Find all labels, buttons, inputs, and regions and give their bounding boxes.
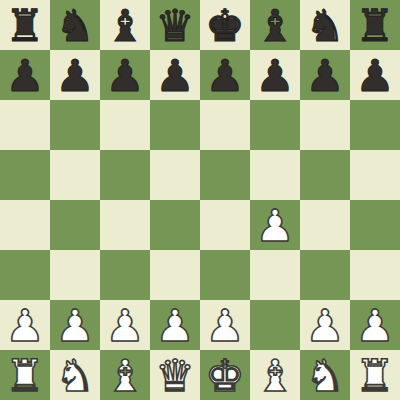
square-d2[interactable]: ♟: [150, 300, 200, 350]
square-f6[interactable]: [250, 100, 300, 150]
square-a1[interactable]: ♜: [0, 350, 50, 400]
square-a2[interactable]: ♟: [0, 300, 50, 350]
square-d8[interactable]: ♛: [150, 0, 200, 50]
square-h5[interactable]: [350, 150, 400, 200]
piece-black-knight[interactable]: ♞: [55, 1, 94, 51]
piece-black-pawn[interactable]: ♟: [355, 51, 394, 101]
piece-white-bishop[interactable]: ♝: [105, 351, 144, 400]
piece-white-pawn[interactable]: ♟: [255, 201, 294, 251]
square-a4[interactable]: [0, 200, 50, 250]
piece-black-queen[interactable]: ♛: [155, 1, 194, 51]
square-e2[interactable]: ♟: [200, 300, 250, 350]
square-d5[interactable]: [150, 150, 200, 200]
square-d4[interactable]: [150, 200, 200, 250]
piece-black-rook[interactable]: ♜: [5, 1, 44, 51]
square-b5[interactable]: [50, 150, 100, 200]
piece-black-pawn[interactable]: ♟: [5, 51, 44, 101]
square-g8[interactable]: ♞: [300, 0, 350, 50]
square-g6[interactable]: [300, 100, 350, 150]
piece-white-king[interactable]: ♚: [205, 351, 244, 400]
square-c1[interactable]: ♝: [100, 350, 150, 400]
square-c4[interactable]: [100, 200, 150, 250]
square-h7[interactable]: ♟: [350, 50, 400, 100]
square-f3[interactable]: [250, 250, 300, 300]
piece-black-knight[interactable]: ♞: [305, 1, 344, 51]
piece-black-rook[interactable]: ♜: [355, 1, 394, 51]
piece-white-pawn[interactable]: ♟: [5, 301, 44, 351]
piece-white-pawn[interactable]: ♟: [205, 301, 244, 351]
chess-board: ♜♞♝♛♚♝♞♜♟♟♟♟♟♟♟♟♟♟♟♟♟♟♟♟♜♞♝♛♚♝♞♜: [0, 0, 400, 400]
piece-black-king[interactable]: ♚: [205, 1, 244, 51]
square-f2[interactable]: [250, 300, 300, 350]
piece-black-pawn[interactable]: ♟: [205, 51, 244, 101]
piece-white-bishop[interactable]: ♝: [255, 351, 294, 400]
square-c6[interactable]: [100, 100, 150, 150]
square-f8[interactable]: ♝: [250, 0, 300, 50]
piece-black-bishop[interactable]: ♝: [255, 1, 294, 51]
square-g7[interactable]: ♟: [300, 50, 350, 100]
square-e7[interactable]: ♟: [200, 50, 250, 100]
square-a5[interactable]: [0, 150, 50, 200]
square-e4[interactable]: [200, 200, 250, 250]
square-g3[interactable]: [300, 250, 350, 300]
square-h8[interactable]: ♜: [350, 0, 400, 50]
square-h4[interactable]: [350, 200, 400, 250]
square-a3[interactable]: [0, 250, 50, 300]
square-g4[interactable]: [300, 200, 350, 250]
square-e8[interactable]: ♚: [200, 0, 250, 50]
square-a7[interactable]: ♟: [0, 50, 50, 100]
piece-black-pawn[interactable]: ♟: [305, 51, 344, 101]
square-a8[interactable]: ♜: [0, 0, 50, 50]
square-g2[interactable]: ♟: [300, 300, 350, 350]
square-b3[interactable]: [50, 250, 100, 300]
square-e1[interactable]: ♚: [200, 350, 250, 400]
piece-black-pawn[interactable]: ♟: [55, 51, 94, 101]
square-b6[interactable]: [50, 100, 100, 150]
square-d1[interactable]: ♛: [150, 350, 200, 400]
piece-white-pawn[interactable]: ♟: [105, 301, 144, 351]
square-a6[interactable]: [0, 100, 50, 150]
square-b7[interactable]: ♟: [50, 50, 100, 100]
piece-white-pawn[interactable]: ♟: [55, 301, 94, 351]
square-c2[interactable]: ♟: [100, 300, 150, 350]
piece-black-bishop[interactable]: ♝: [105, 1, 144, 51]
piece-white-queen[interactable]: ♛: [155, 351, 194, 400]
square-e5[interactable]: [200, 150, 250, 200]
square-f1[interactable]: ♝: [250, 350, 300, 400]
square-e3[interactable]: [200, 250, 250, 300]
square-c8[interactable]: ♝: [100, 0, 150, 50]
square-c3[interactable]: [100, 250, 150, 300]
square-d7[interactable]: ♟: [150, 50, 200, 100]
piece-black-pawn[interactable]: ♟: [255, 51, 294, 101]
piece-white-rook[interactable]: ♜: [355, 351, 394, 400]
piece-white-pawn[interactable]: ♟: [355, 301, 394, 351]
square-b1[interactable]: ♞: [50, 350, 100, 400]
square-b8[interactable]: ♞: [50, 0, 100, 50]
piece-white-rook[interactable]: ♜: [5, 351, 44, 400]
square-c7[interactable]: ♟: [100, 50, 150, 100]
square-h2[interactable]: ♟: [350, 300, 400, 350]
piece-white-pawn[interactable]: ♟: [155, 301, 194, 351]
square-e6[interactable]: [200, 100, 250, 150]
piece-white-knight[interactable]: ♞: [305, 351, 344, 400]
square-g5[interactable]: [300, 150, 350, 200]
square-f4[interactable]: ♟: [250, 200, 300, 250]
square-h1[interactable]: ♜: [350, 350, 400, 400]
square-h6[interactable]: [350, 100, 400, 150]
square-f7[interactable]: ♟: [250, 50, 300, 100]
square-b4[interactable]: [50, 200, 100, 250]
piece-white-pawn[interactable]: ♟: [305, 301, 344, 351]
square-c5[interactable]: [100, 150, 150, 200]
square-d6[interactable]: [150, 100, 200, 150]
piece-black-pawn[interactable]: ♟: [105, 51, 144, 101]
square-f5[interactable]: [250, 150, 300, 200]
piece-black-pawn[interactable]: ♟: [155, 51, 194, 101]
piece-white-knight[interactable]: ♞: [55, 351, 94, 400]
square-b2[interactable]: ♟: [50, 300, 100, 350]
square-h3[interactable]: [350, 250, 400, 300]
square-d3[interactable]: [150, 250, 200, 300]
square-g1[interactable]: ♞: [300, 350, 350, 400]
